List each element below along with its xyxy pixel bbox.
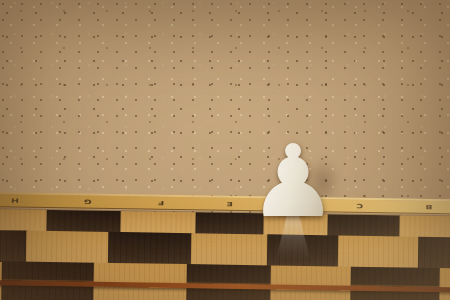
photo-vignette [0,0,450,300]
photo-stage: HGFEDCBA ♟ [0,0,450,300]
